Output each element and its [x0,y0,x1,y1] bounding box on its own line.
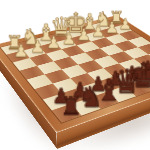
white-pawn: ♟ [119,17,132,32]
chess-board: ♜♞♝♛♚♝♞♜♟♟♟♟♟♟♟♟♟♟♟♟♟♟♟♟♜♞♝♛♚♝♞♜ [0,15,150,133]
chess-set-photo: ♜♞♝♛♚♝♞♜♟♟♟♟♟♟♟♟♟♟♟♟♟♟♟♟♜♞♝♛♚♝♞♜ [0,0,150,150]
white-pawn: ♟ [30,39,45,56]
white-pawn: ♟ [62,31,76,47]
white-pawn: ♟ [77,27,91,43]
white-pawn: ♟ [46,35,61,51]
black-rook: ♜ [60,93,82,118]
square-a3 [13,58,37,71]
white-pawn: ♟ [91,24,105,39]
perspective-scene: ♜♞♝♛♚♝♞♜♟♟♟♟♟♟♟♟♟♟♟♟♟♟♟♟♜♞♝♛♚♝♞♜ [0,0,150,150]
white-pawn: ♟ [105,20,119,35]
white-pawn: ♟ [13,43,28,60]
